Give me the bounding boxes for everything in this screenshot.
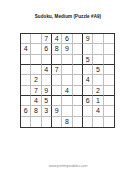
cell-r1c6 (73, 34, 83, 44)
cell-r8c1: 6 (21, 106, 31, 116)
cell-r7c2: 4 (31, 96, 41, 106)
cell-r8c5 (62, 106, 72, 116)
cell-r9c7 (83, 117, 93, 127)
cell-r6c9 (104, 86, 114, 96)
footer-url: www.printmysudoku.com (0, 164, 136, 168)
cell-r2c7 (83, 44, 93, 54)
cell-r6c1 (21, 86, 31, 96)
cell-r4c2 (31, 65, 41, 75)
cell-r8c4: 9 (52, 106, 62, 116)
cell-r6c2: 7 (31, 86, 41, 96)
cell-r4c7 (83, 65, 93, 75)
cell-r4c4: 7 (52, 65, 62, 75)
cell-r4c3: 4 (42, 65, 52, 75)
cell-r3c7: 5 (83, 55, 93, 65)
cell-r9c8 (93, 117, 103, 127)
cell-r9c3 (42, 117, 52, 127)
cell-r6c8: 2 (93, 86, 103, 96)
cell-r5c9 (104, 75, 114, 85)
cell-r1c7: 9 (83, 34, 93, 44)
cell-r3c5 (62, 55, 72, 65)
cell-r2c1: 4 (21, 44, 31, 54)
page-title: Sudoku, Medium (Puzzle #A9) (0, 14, 136, 19)
cell-r7c1 (21, 96, 31, 106)
cell-r1c8 (93, 34, 103, 44)
cell-r5c4 (52, 75, 62, 85)
cell-r3c3 (42, 55, 52, 65)
cell-r3c9 (104, 55, 114, 65)
cell-r9c5: 8 (62, 117, 72, 127)
cell-r9c1 (21, 117, 31, 127)
cell-r7c8: 1 (93, 96, 103, 106)
cell-r9c4 (52, 117, 62, 127)
cell-r1c3: 7 (42, 34, 52, 44)
cell-r5c5 (62, 75, 72, 85)
cell-r6c3: 9 (42, 86, 52, 96)
cell-r3c4 (52, 55, 62, 65)
cell-r8c7 (83, 106, 93, 116)
cell-r4c6 (73, 65, 83, 75)
cell-r5c8 (93, 75, 103, 85)
cell-r4c5 (62, 65, 72, 75)
cell-r7c7: 6 (83, 96, 93, 106)
cell-r5c2: 2 (31, 75, 41, 85)
cell-r5c7: 4 (83, 75, 93, 85)
cell-r1c5: 6 (62, 34, 72, 44)
cell-r8c2: 8 (31, 106, 41, 116)
cell-r9c2 (31, 117, 41, 127)
cell-r7c5 (62, 96, 72, 106)
cell-r6c7 (83, 86, 93, 96)
cell-r3c1 (21, 55, 31, 65)
cell-r8c8: 4 (93, 106, 103, 116)
cell-r7c4 (52, 96, 62, 106)
cell-r7c3: 5 (42, 96, 52, 106)
cell-r8c6 (73, 106, 83, 116)
cell-r2c9 (104, 44, 114, 54)
cell-r2c5: 9 (62, 44, 72, 54)
cell-r6c6 (73, 86, 83, 96)
cell-r9c9 (104, 117, 114, 127)
cell-r6c5: 4 (62, 86, 72, 96)
cell-r1c4: 4 (52, 34, 62, 44)
cell-r9c6 (73, 117, 83, 127)
cell-r2c2 (31, 44, 41, 54)
cell-r1c1 (21, 34, 31, 44)
cell-r4c1 (21, 65, 31, 75)
cell-r3c8 (93, 55, 103, 65)
cell-r2c4: 8 (52, 44, 62, 54)
cell-r4c8: 5 (93, 65, 103, 75)
cell-r7c9 (104, 96, 114, 106)
cell-r1c2 (31, 34, 41, 44)
cell-r6c4 (52, 86, 62, 96)
cell-r1c9 (104, 34, 114, 44)
cell-r3c6 (73, 55, 83, 65)
cell-r8c3: 3 (42, 106, 52, 116)
cell-r2c3: 6 (42, 44, 52, 54)
cell-r2c8 (93, 44, 103, 54)
cell-r5c3 (42, 75, 52, 85)
sudoku-board: 7469468954752479424561683948 (20, 33, 115, 128)
cell-r5c6 (73, 75, 83, 85)
cell-r7c6 (73, 96, 83, 106)
cell-r2c6 (73, 44, 83, 54)
cell-r5c1 (21, 75, 31, 85)
cell-r4c9 (104, 65, 114, 75)
cell-r8c9 (104, 106, 114, 116)
cell-r3c2 (31, 55, 41, 65)
sudoku-sheet: Sudoku, Medium (Puzzle #A9) 746946895475… (0, 0, 136, 176)
